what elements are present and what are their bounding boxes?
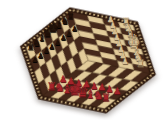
piece-white-pawn[interactable]: ♟ xyxy=(121,57,129,66)
piece-red-pawn[interactable]: ♟ xyxy=(113,86,121,95)
piece-black-pawn[interactable]: ♟ xyxy=(32,56,38,63)
piece-black-pawn[interactable]: ♟ xyxy=(37,52,43,59)
piece-black-pawn[interactable]: ♟ xyxy=(49,43,55,50)
piece-red-rook[interactable]: ♜ xyxy=(101,93,111,104)
piece-black-pawn[interactable]: ♟ xyxy=(71,25,77,32)
three-player-chess-photo: ♜♟♞♜♝♟♟♞♚♟♟♛♝♟♟♝♛♟♞♟♟♚♜♟♟♝♟♟♞♟♟♜♟♟♟♟♟♟♜♟… xyxy=(0,0,166,120)
piece-white-rook[interactable]: ♜ xyxy=(136,59,145,69)
piece-black-pawn[interactable]: ♟ xyxy=(54,39,60,46)
piece-black-pawn[interactable]: ♟ xyxy=(66,30,72,37)
piece-black-rook[interactable]: ♜ xyxy=(27,43,35,52)
